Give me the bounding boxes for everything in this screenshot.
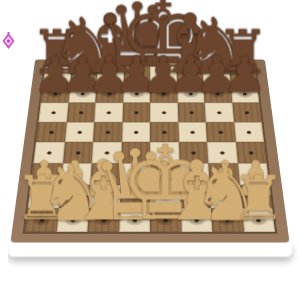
board-front-edge bbox=[8, 242, 292, 256]
chess-set-photo: ♜♞♝♛♚♝♞♜♟♟♟♟♟♟♟♟♟♟♟♟♟♟♟♟♜♞♝♛♚♝♞♜ bbox=[14, 16, 286, 268]
chess-board-squares: ♜♞♝♛♚♝♞♜♟♟♟♟♟♟♟♟♟♟♟♟♟♟♟♟♜♞♝♛♚♝♞♜ bbox=[25, 67, 275, 232]
square-h7[interactable]: ♟ bbox=[230, 84, 259, 102]
square-b6[interactable] bbox=[66, 103, 95, 122]
square-g6[interactable] bbox=[205, 103, 234, 122]
product-photo-page: { "game": "chess", "scene": "Wooden trav… bbox=[0, 0, 300, 300]
chess-board: ♜♞♝♛♚♝♞♜♟♟♟♟♟♟♟♟♟♟♟♟♟♟♟♟♜♞♝♛♚♝♞♜ bbox=[10, 59, 289, 242]
square-h1[interactable]: ♜ bbox=[242, 208, 275, 232]
square-d6[interactable] bbox=[122, 103, 150, 122]
square-c6[interactable] bbox=[94, 103, 122, 122]
square-a6[interactable] bbox=[38, 103, 68, 122]
piece-black-pawn-h7[interactable]: ♟ bbox=[168, 49, 300, 100]
square-h6[interactable] bbox=[232, 103, 262, 122]
piece-white-rook-h1[interactable]: ♜ bbox=[182, 168, 300, 229]
square-f6[interactable] bbox=[177, 103, 205, 122]
square-e6[interactable] bbox=[150, 103, 178, 122]
